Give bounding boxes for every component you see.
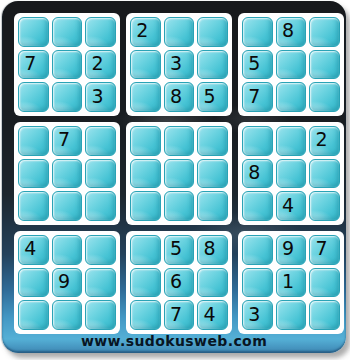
cell-r6c7[interactable] [242, 191, 273, 221]
box-2-2 [126, 122, 232, 225]
cell-r1c8[interactable]: 8 [276, 17, 307, 47]
cell-r7c6[interactable]: 8 [197, 235, 228, 265]
cell-r9c9[interactable] [309, 300, 340, 330]
cell-r1c2[interactable] [52, 17, 83, 47]
board-frame: 7232385857728449586749713 www.sudokusweb… [2, 1, 346, 353]
cell-r4c2[interactable]: 7 [52, 126, 83, 156]
cell-r7c3[interactable] [85, 235, 116, 265]
cell-digit: 7 [248, 87, 260, 106]
cell-r5c9[interactable] [309, 159, 340, 189]
cell-r7c4[interactable] [130, 235, 161, 265]
cell-r6c5[interactable] [164, 191, 195, 221]
cell-digit: 9 [58, 272, 70, 291]
box-3-2: 58674 [126, 231, 232, 334]
cell-digit: 3 [248, 305, 260, 324]
cell-r4c7[interactable] [242, 126, 273, 156]
cell-digit: 7 [58, 130, 70, 149]
site-url-label: www.sudokusweb.com [8, 331, 340, 350]
cell-r4c8[interactable] [276, 126, 307, 156]
cell-r3c3[interactable]: 3 [85, 82, 116, 112]
cell-r8c9[interactable] [309, 268, 340, 298]
cell-digit: 2 [136, 21, 148, 40]
cell-digit: 8 [248, 163, 260, 182]
cell-r6c4[interactable] [130, 191, 161, 221]
cell-r4c1[interactable] [18, 126, 49, 156]
cell-r2c3[interactable]: 2 [85, 50, 116, 80]
cell-r7c1[interactable]: 4 [18, 235, 49, 265]
cell-r9c7[interactable]: 3 [242, 300, 273, 330]
box-1-2: 2385 [126, 13, 232, 116]
cell-digit: 5 [170, 239, 182, 258]
cell-r6c8[interactable]: 4 [276, 191, 307, 221]
cell-r6c6[interactable] [197, 191, 228, 221]
cell-r6c9[interactable] [309, 191, 340, 221]
box-2-3: 284 [238, 122, 344, 225]
cell-r7c2[interactable] [52, 235, 83, 265]
cell-r4c9[interactable]: 2 [309, 126, 340, 156]
cell-r5c3[interactable] [85, 159, 116, 189]
cell-r6c2[interactable] [52, 191, 83, 221]
cell-digit: 4 [282, 196, 294, 215]
cell-digit: 8 [204, 239, 216, 258]
cell-digit: 8 [170, 87, 182, 106]
cell-r9c4[interactable] [130, 300, 161, 330]
cell-digit: 9 [282, 239, 294, 258]
box-3-1: 49 [14, 231, 120, 334]
cell-r7c9[interactable]: 7 [309, 235, 340, 265]
cell-r3c2[interactable] [52, 82, 83, 112]
cell-r3c8[interactable] [276, 82, 307, 112]
cell-r5c7[interactable]: 8 [242, 159, 273, 189]
cell-r8c5[interactable]: 6 [164, 268, 195, 298]
cell-digit: 1 [282, 272, 294, 291]
cell-r9c6[interactable]: 4 [197, 300, 228, 330]
cell-r7c8[interactable]: 9 [276, 235, 307, 265]
cell-r4c4[interactable] [130, 126, 161, 156]
cell-r5c8[interactable] [276, 159, 307, 189]
cell-r1c9[interactable] [309, 17, 340, 47]
box-2-1: 7 [14, 122, 120, 225]
box-1-1: 723 [14, 13, 120, 116]
cell-r8c7[interactable] [242, 268, 273, 298]
cell-r8c6[interactable] [197, 268, 228, 298]
cell-r8c1[interactable] [18, 268, 49, 298]
cell-r8c4[interactable] [130, 268, 161, 298]
cell-r2c6[interactable] [197, 50, 228, 80]
cell-r5c4[interactable] [130, 159, 161, 189]
cell-r9c1[interactable] [18, 300, 49, 330]
cell-r9c5[interactable]: 7 [164, 300, 195, 330]
cell-r2c9[interactable] [309, 50, 340, 80]
cell-r8c3[interactable] [85, 268, 116, 298]
cell-r9c8[interactable] [276, 300, 307, 330]
cell-r3c4[interactable] [130, 82, 161, 112]
cell-r7c5[interactable]: 5 [164, 235, 195, 265]
cell-r4c3[interactable] [85, 126, 116, 156]
cell-r6c3[interactable] [85, 191, 116, 221]
cell-digit: 8 [282, 21, 294, 40]
cell-r7c7[interactable] [242, 235, 273, 265]
cell-r3c9[interactable] [309, 82, 340, 112]
cell-r1c1[interactable] [18, 17, 49, 47]
cell-r8c2[interactable]: 9 [52, 268, 83, 298]
cell-r3c1[interactable] [18, 82, 49, 112]
cell-digit: 5 [204, 87, 216, 106]
cell-digit: 2 [316, 130, 328, 149]
cell-digit: 4 [24, 239, 36, 258]
cell-r1c3[interactable] [85, 17, 116, 47]
cell-r9c3[interactable] [85, 300, 116, 330]
cell-r1c5[interactable] [164, 17, 195, 47]
cell-r1c6[interactable] [197, 17, 228, 47]
cell-r2c8[interactable] [276, 50, 307, 80]
cell-digit: 2 [92, 54, 104, 73]
cell-r5c2[interactable] [52, 159, 83, 189]
cell-digit: 5 [248, 54, 260, 73]
cell-digit: 6 [170, 272, 182, 291]
cell-r5c1[interactable] [18, 159, 49, 189]
sudoku-board: 7232385857728449586749713 [14, 13, 344, 334]
sudoku-page: 7232385857728449586749713 www.sudokusweb… [0, 0, 350, 360]
cell-r3c7[interactable]: 7 [242, 82, 273, 112]
cell-r2c2[interactable] [52, 50, 83, 80]
cell-digit: 7 [316, 239, 328, 258]
cell-digit: 7 [170, 305, 182, 324]
box-1-3: 857 [238, 13, 344, 116]
cell-r3c6[interactable]: 5 [197, 82, 228, 112]
cell-r6c1[interactable] [18, 191, 49, 221]
cell-r4c6[interactable] [197, 126, 228, 156]
cell-r3c5[interactable]: 8 [164, 82, 195, 112]
cell-digit: 3 [92, 87, 104, 106]
cell-r1c7[interactable] [242, 17, 273, 47]
cell-r8c8[interactable]: 1 [276, 268, 307, 298]
cell-digit: 3 [170, 54, 182, 73]
cell-r9c2[interactable] [52, 300, 83, 330]
cell-r2c1[interactable]: 7 [18, 50, 49, 80]
cell-r2c5[interactable]: 3 [164, 50, 195, 80]
cell-r5c5[interactable] [164, 159, 195, 189]
cell-digit: 4 [204, 305, 216, 324]
cell-r1c4[interactable]: 2 [130, 17, 161, 47]
cell-digit: 7 [24, 54, 36, 73]
box-3-3: 9713 [238, 231, 344, 334]
cell-r2c7[interactable]: 5 [242, 50, 273, 80]
cell-r5c6[interactable] [197, 159, 228, 189]
cell-r4c5[interactable] [164, 126, 195, 156]
cell-r2c4[interactable] [130, 50, 161, 80]
